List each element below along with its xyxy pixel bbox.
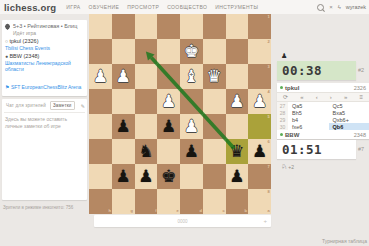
- menu-icon[interactable]: ≡: [359, 94, 363, 100]
- square-a1[interactable]: 1: [248, 14, 271, 39]
- move-28-white[interactable]: Bh5: [288, 109, 329, 116]
- square-e6[interactable]: [157, 139, 180, 164]
- move-30-black[interactable]: Qb6: [329, 123, 369, 130]
- blitz-flame-icon: [4, 23, 11, 30]
- rank-label: 6: [268, 140, 270, 144]
- square-c8[interactable]: c: [203, 189, 226, 214]
- square-h6[interactable]: [89, 139, 112, 164]
- rank-label: 5: [268, 115, 270, 119]
- white-player-name[interactable]: tpkul: [285, 85, 299, 91]
- black-player-link[interactable]: ● BBW (2348): [5, 53, 84, 60]
- square-d3[interactable]: ♝: [180, 64, 203, 89]
- piece-black-P-g7: ♟: [116, 168, 131, 185]
- square-d8[interactable]: d: [180, 189, 203, 214]
- nav-item[interactable]: СООБЩЕСТВО: [167, 4, 207, 10]
- square-h8[interactable]: h: [89, 189, 112, 214]
- board-area: 1♚2♟♟♝♛3♟♟♟4♟♟♟5♞♟♛♟6♟♟♚♟7hgfedcba8: [89, 14, 271, 214]
- chess-board[interactable]: 1♚2♟♟♝♛3♟♟♟4♟♟♟5♞♟♛♟6♟♟♚♟7hgfedcba8: [89, 14, 271, 214]
- square-e5[interactable]: ♟: [157, 114, 180, 139]
- move-30-white[interactable]: fxe6: [288, 123, 329, 130]
- piece-black-P-a6: ♟: [252, 143, 267, 160]
- lichess-game-page: lichess.org ИГРАОБУЧЕНИЕПРОСМОТРСООБЩЕСТ…: [0, 0, 369, 246]
- square-h4[interactable]: [89, 89, 112, 114]
- square-a5[interactable]: 5: [248, 114, 271, 139]
- piece-white-P-a4: ♟: [252, 93, 267, 110]
- piece-black-Q-b6: ♛: [229, 143, 244, 160]
- file-label: d: [199, 209, 201, 213]
- rank-label: 1: [268, 15, 270, 19]
- white-player-rating: 2326: [354, 85, 366, 91]
- piece-white-P-d5: ♟: [184, 118, 199, 135]
- black-captured-tray: ♘+2: [281, 163, 294, 171]
- challenge-icon[interactable]: ×: [329, 4, 333, 10]
- square-c2[interactable]: [203, 39, 226, 64]
- square-f7[interactable]: ♟: [135, 164, 158, 189]
- square-c4[interactable]: [203, 89, 226, 114]
- piece-black-K-e7: ♚: [161, 168, 176, 185]
- game-status: Идёт игра: [13, 30, 77, 37]
- square-d1[interactable]: [180, 14, 203, 39]
- tab-notes[interactable]: Заметки: [50, 101, 75, 110]
- game-meta: 5+3 • Рейтинговая • Блиц: [13, 23, 77, 30]
- square-f1[interactable]: [135, 14, 158, 39]
- square-a3[interactable]: 3: [248, 64, 271, 89]
- white-team-link[interactable]: Tbilisi Chess Events: [5, 45, 84, 51]
- file-label: f: [155, 209, 156, 213]
- square-d2[interactable]: ♚: [180, 39, 203, 64]
- rank-label: 4: [268, 90, 270, 94]
- nav-item[interactable]: ОБУЧЕНИЕ: [89, 4, 120, 10]
- square-g1[interactable]: [112, 14, 135, 39]
- square-h7[interactable]: [89, 164, 112, 189]
- game-info-card: 5+3 • Рейтинговая • Блиц Идёт игра ○ tpk…: [2, 20, 87, 96]
- square-d5[interactable]: ♟: [180, 114, 203, 139]
- square-a8[interactable]: a8: [248, 189, 271, 214]
- material-advantage: +2: [288, 164, 294, 170]
- black-team-link[interactable]: Шахматисты Ленинградской области: [5, 60, 84, 73]
- tournament-link[interactable]: SFT EuropeanChessBlitz Arena U20: [5, 84, 81, 96]
- prev-move-icon[interactable]: ‹: [316, 94, 318, 100]
- white-clock: 00:38: [277, 61, 356, 80]
- square-d4[interactable]: [180, 89, 203, 114]
- square-e4[interactable]: ♟: [157, 89, 180, 114]
- rank-label: 8: [268, 190, 270, 194]
- flip-board-icon[interactable]: ⟳: [283, 94, 288, 100]
- piece-black-N-f6: ♞: [138, 143, 153, 160]
- file-label: g: [131, 209, 133, 213]
- square-e7[interactable]: ♚: [157, 164, 180, 189]
- square-h3[interactable]: ♟: [89, 64, 112, 89]
- lightning-icon[interactable]: ϟ: [338, 4, 341, 10]
- piece-black-P-e5: ♟: [161, 118, 176, 135]
- black-player-name[interactable]: BBW: [285, 132, 299, 138]
- square-b5[interactable]: [226, 114, 249, 139]
- piece-white-P-g3: ♟: [116, 68, 131, 85]
- search-icon[interactable]: [317, 4, 324, 11]
- square-g2[interactable]: [112, 39, 135, 64]
- under-board-plus-icon[interactable]: +: [263, 218, 267, 224]
- square-d6[interactable]: ♟: [180, 139, 203, 164]
- square-b1[interactable]: [226, 14, 249, 39]
- white-captured-tray: ♟: [281, 52, 287, 60]
- tournament-standings-link[interactable]: Турнирная таблица: [322, 238, 367, 244]
- square-h2[interactable]: [89, 39, 112, 64]
- piece-white-P-e4: ♟: [161, 93, 176, 110]
- square-g4[interactable]: [112, 89, 135, 114]
- chat-card: Чат для зрителей Заметки ✎ Здесь вы може…: [2, 99, 87, 200]
- square-g7[interactable]: ♟: [112, 164, 135, 189]
- piece-white-Q-c3: ♛: [207, 68, 222, 85]
- piece-white-K-d2: ♚: [184, 43, 199, 60]
- square-f6[interactable]: ♞: [135, 139, 158, 164]
- square-g5[interactable]: ♟: [112, 114, 135, 139]
- square-f5[interactable]: [135, 114, 158, 139]
- under-board-text: 0000: [177, 219, 187, 224]
- file-label: h: [108, 209, 110, 213]
- square-f3[interactable]: [135, 64, 158, 89]
- square-c6[interactable]: [203, 139, 226, 164]
- header-right: × ϟ wyrazek: [317, 0, 366, 14]
- square-c3[interactable]: ♛: [203, 64, 226, 89]
- last-move-icon[interactable]: »: [344, 94, 347, 100]
- square-e8[interactable]: e: [157, 189, 180, 214]
- square-e2[interactable]: [157, 39, 180, 64]
- square-b4[interactable]: ♟: [226, 89, 249, 114]
- square-a6[interactable]: ♟6: [248, 139, 271, 164]
- right-panel: ♟ 00:38 #2 tpkul 2326 ⟳«‹›»≡ 27Qa5Qc528B…: [277, 14, 369, 246]
- nav-item[interactable]: ИГРА: [66, 4, 80, 10]
- piece-black-P-d6: ♟: [184, 143, 199, 160]
- square-c7[interactable]: [203, 164, 226, 189]
- square-b3[interactable]: [226, 64, 249, 89]
- rank-label: 2: [268, 40, 270, 44]
- square-h1[interactable]: [89, 14, 112, 39]
- first-move-icon[interactable]: «: [300, 94, 303, 100]
- spectators-line: Зрители в режиме инкогнито: 756: [3, 205, 89, 210]
- square-f4[interactable]: [135, 89, 158, 114]
- square-f2[interactable]: [135, 39, 158, 64]
- next-move-icon[interactable]: ›: [330, 94, 332, 100]
- move-toolbar: ⟳«‹›»≡: [277, 92, 369, 102]
- square-b2[interactable]: [226, 39, 249, 64]
- square-e3[interactable]: [157, 64, 180, 89]
- square-f8[interactable]: f: [135, 189, 158, 214]
- piece-white-P-b4: ♟: [229, 93, 244, 110]
- lichess-logo[interactable]: lichess.org: [4, 2, 56, 13]
- file-label: e: [177, 209, 179, 213]
- square-a7[interactable]: 7: [248, 164, 271, 189]
- black-player-rating: 2348: [354, 132, 366, 138]
- notes-placeholder[interactable]: Здесь вы можете оставить личные заметки …: [4, 116, 85, 130]
- move-list: 27Qa5Qc528Bh5Bxa529b4Qxb6+30fxe6Qb6: [277, 102, 369, 130]
- piece-black-P-f7: ♟: [138, 168, 153, 185]
- move-number: 29: [277, 116, 288, 123]
- online-dot-icon: [280, 86, 283, 89]
- square-c5[interactable]: [203, 114, 226, 139]
- file-label: b: [245, 209, 247, 213]
- move-29-black[interactable]: Qxb6+: [329, 116, 369, 123]
- move-number: 30: [277, 123, 288, 130]
- move-number: 28: [277, 109, 288, 116]
- online-dot-icon: [280, 133, 283, 136]
- black-clock: 01:51: [277, 140, 356, 159]
- move-27-black[interactable]: Qc5: [329, 102, 369, 109]
- black-tournament-rank: #7: [358, 146, 364, 152]
- piece-black-P-b7: ♟: [229, 168, 244, 185]
- rank-label: 3: [268, 65, 270, 69]
- piece-black-P-g5: ♟: [116, 118, 131, 135]
- top-nav-bar: lichess.org ИГРАОБУЧЕНИЕПРОСМОТРСООБЩЕСТ…: [0, 0, 369, 14]
- nav-item[interactable]: ПРОСМОТР: [127, 4, 159, 10]
- move-29-white[interactable]: b4: [288, 116, 329, 123]
- square-a4[interactable]: ♟4: [248, 89, 271, 114]
- square-b6[interactable]: ♛: [226, 139, 249, 164]
- black-player-row: BBW 2348: [277, 130, 369, 139]
- square-a2[interactable]: 2: [248, 39, 271, 64]
- square-h5[interactable]: [89, 114, 112, 139]
- file-label: c: [222, 209, 224, 213]
- tab-spectator-chat[interactable]: Чат для зрителей: [4, 102, 48, 109]
- square-g3[interactable]: ♟: [112, 64, 135, 89]
- under-board-bar: 0000 +: [94, 215, 271, 227]
- square-g8[interactable]: g: [112, 189, 135, 214]
- pencil-icon[interactable]: ✎: [81, 103, 85, 109]
- move-list-card: tpkul 2326 ⟳«‹›»≡ 27Qa5Qc528Bh5Bxa529b4Q…: [277, 83, 369, 139]
- move-27-white[interactable]: Qa5: [288, 102, 329, 109]
- username-menu[interactable]: wyrazek: [346, 4, 366, 10]
- square-g6[interactable]: [112, 139, 135, 164]
- white-tournament-rank: #2: [358, 67, 364, 73]
- nav-item[interactable]: ИНСТРУМЕНТЫ: [215, 4, 258, 10]
- white-player-row: tpkul 2326: [277, 83, 369, 92]
- square-b7[interactable]: ♟: [226, 164, 249, 189]
- square-d7[interactable]: [180, 164, 203, 189]
- square-e1[interactable]: [157, 14, 180, 39]
- move-number: 27: [277, 102, 288, 109]
- white-player-link[interactable]: ○ tpkul (2326): [5, 38, 84, 45]
- file-label: a: [268, 209, 270, 213]
- move-28-black[interactable]: Bxa5: [329, 109, 369, 116]
- square-b8[interactable]: b: [226, 189, 249, 214]
- piece-white-P-h3: ♟: [93, 68, 108, 85]
- square-c1[interactable]: [203, 14, 226, 39]
- rank-label: 7: [268, 165, 270, 169]
- main-nav: ИГРАОБУЧЕНИЕПРОСМОТРСООБЩЕСТВОИНСТРУМЕНТ…: [66, 4, 258, 10]
- piece-white-B-d3: ♝: [184, 68, 199, 85]
